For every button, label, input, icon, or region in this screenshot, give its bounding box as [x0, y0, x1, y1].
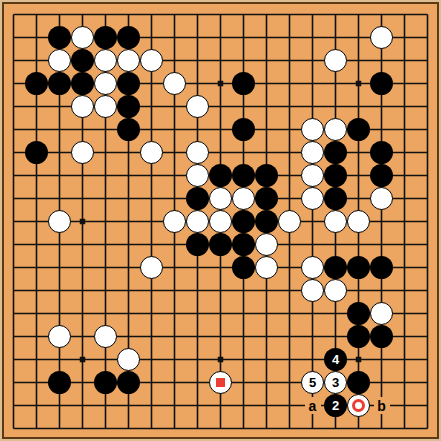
intersection[interactable] [347, 141, 370, 164]
intersection[interactable] [393, 187, 416, 210]
intersection[interactable] [370, 348, 393, 371]
intersection[interactable] [324, 325, 347, 348]
intersection[interactable] [393, 95, 416, 118]
intersection[interactable] [209, 210, 232, 233]
intersection[interactable] [48, 118, 71, 141]
intersection[interactable] [48, 26, 71, 49]
intersection[interactable] [255, 141, 278, 164]
intersection[interactable] [186, 256, 209, 279]
intersection[interactable] [209, 256, 232, 279]
intersection[interactable] [2, 233, 25, 256]
intersection[interactable] [163, 210, 186, 233]
intersection[interactable] [186, 72, 209, 95]
intersection[interactable] [347, 210, 370, 233]
intersection[interactable] [278, 210, 301, 233]
intersection[interactable] [232, 3, 255, 26]
intersection[interactable] [232, 394, 255, 417]
intersection[interactable] [2, 118, 25, 141]
intersection[interactable] [48, 210, 71, 233]
intersection[interactable] [94, 348, 117, 371]
intersection[interactable] [140, 72, 163, 95]
intersection[interactable] [25, 118, 48, 141]
intersection[interactable] [71, 141, 94, 164]
intersection[interactable] [48, 394, 71, 417]
intersection[interactable] [347, 49, 370, 72]
intersection[interactable] [232, 164, 255, 187]
intersection[interactable] [278, 371, 301, 394]
intersection[interactable] [209, 118, 232, 141]
intersection[interactable] [163, 371, 186, 394]
intersection[interactable] [2, 3, 25, 26]
intersection[interactable] [25, 164, 48, 187]
intersection[interactable] [301, 417, 324, 440]
intersection[interactable] [140, 256, 163, 279]
intersection[interactable] [94, 141, 117, 164]
intersection[interactable] [255, 233, 278, 256]
intersection[interactable] [71, 394, 94, 417]
intersection[interactable] [71, 3, 94, 26]
intersection[interactable] [117, 371, 140, 394]
intersection[interactable] [48, 325, 71, 348]
intersection[interactable] [324, 164, 347, 187]
intersection[interactable]: 5 [301, 371, 324, 394]
intersection[interactable] [2, 95, 25, 118]
intersection[interactable] [48, 141, 71, 164]
intersection[interactable] [255, 72, 278, 95]
intersection[interactable] [48, 302, 71, 325]
intersection[interactable] [25, 210, 48, 233]
intersection[interactable] [163, 118, 186, 141]
intersection[interactable] [416, 279, 439, 302]
intersection[interactable] [370, 210, 393, 233]
intersection[interactable] [301, 256, 324, 279]
intersection[interactable] [232, 118, 255, 141]
intersection[interactable] [347, 72, 370, 95]
intersection[interactable] [416, 371, 439, 394]
intersection[interactable] [301, 325, 324, 348]
intersection[interactable] [117, 72, 140, 95]
intersection[interactable] [416, 26, 439, 49]
intersection[interactable] [301, 141, 324, 164]
intersection[interactable] [209, 3, 232, 26]
intersection[interactable] [255, 371, 278, 394]
intersection[interactable] [255, 256, 278, 279]
intersection[interactable] [370, 371, 393, 394]
intersection[interactable] [163, 141, 186, 164]
intersection[interactable] [324, 118, 347, 141]
intersection[interactable] [301, 26, 324, 49]
intersection[interactable] [71, 417, 94, 440]
intersection[interactable] [232, 141, 255, 164]
intersection[interactable] [301, 164, 324, 187]
intersection[interactable] [393, 3, 416, 26]
intersection[interactable] [209, 164, 232, 187]
intersection[interactable] [278, 141, 301, 164]
intersection[interactable] [186, 394, 209, 417]
intersection[interactable] [25, 49, 48, 72]
intersection[interactable] [140, 95, 163, 118]
intersection[interactable] [71, 371, 94, 394]
intersection[interactable] [163, 26, 186, 49]
intersection[interactable] [278, 49, 301, 72]
intersection[interactable] [186, 3, 209, 26]
intersection[interactable] [25, 95, 48, 118]
intersection[interactable] [2, 49, 25, 72]
intersection[interactable] [71, 187, 94, 210]
intersection[interactable] [393, 26, 416, 49]
intersection[interactable] [94, 302, 117, 325]
intersection[interactable] [117, 26, 140, 49]
intersection[interactable] [232, 371, 255, 394]
intersection[interactable] [324, 26, 347, 49]
intersection[interactable] [94, 72, 117, 95]
intersection[interactable] [416, 95, 439, 118]
intersection[interactable] [232, 187, 255, 210]
intersection[interactable] [232, 417, 255, 440]
intersection[interactable] [94, 26, 117, 49]
intersection[interactable] [209, 325, 232, 348]
intersection[interactable] [117, 210, 140, 233]
intersection[interactable] [140, 26, 163, 49]
intersection[interactable] [278, 72, 301, 95]
intersection[interactable] [117, 302, 140, 325]
intersection[interactable] [416, 325, 439, 348]
intersection[interactable] [416, 164, 439, 187]
intersection[interactable] [301, 348, 324, 371]
intersection[interactable] [324, 72, 347, 95]
intersection[interactable] [117, 233, 140, 256]
intersection[interactable] [117, 164, 140, 187]
intersection[interactable] [416, 394, 439, 417]
intersection[interactable] [393, 325, 416, 348]
intersection[interactable] [393, 417, 416, 440]
intersection[interactable] [117, 141, 140, 164]
intersection[interactable] [48, 256, 71, 279]
intersection[interactable] [347, 164, 370, 187]
intersection[interactable] [186, 348, 209, 371]
intersection[interactable] [255, 49, 278, 72]
intersection[interactable] [393, 371, 416, 394]
intersection[interactable] [25, 325, 48, 348]
intersection[interactable] [163, 394, 186, 417]
intersection[interactable] [25, 72, 48, 95]
intersection[interactable] [370, 417, 393, 440]
intersection[interactable] [393, 164, 416, 187]
intersection[interactable] [2, 394, 25, 417]
intersection[interactable] [301, 302, 324, 325]
intersection[interactable] [416, 72, 439, 95]
intersection[interactable] [370, 164, 393, 187]
intersection[interactable] [163, 233, 186, 256]
intersection[interactable] [347, 325, 370, 348]
intersection[interactable] [324, 210, 347, 233]
intersection[interactable] [301, 279, 324, 302]
intersection[interactable] [140, 141, 163, 164]
intersection[interactable] [48, 95, 71, 118]
intersection[interactable] [370, 279, 393, 302]
intersection[interactable] [117, 417, 140, 440]
intersection[interactable] [209, 233, 232, 256]
intersection[interactable] [48, 279, 71, 302]
intersection[interactable] [278, 348, 301, 371]
intersection[interactable] [393, 49, 416, 72]
intersection[interactable] [347, 279, 370, 302]
intersection[interactable] [232, 210, 255, 233]
intersection[interactable] [186, 26, 209, 49]
intersection[interactable] [232, 348, 255, 371]
intersection[interactable] [2, 164, 25, 187]
intersection[interactable] [71, 95, 94, 118]
intersection[interactable] [255, 95, 278, 118]
intersection[interactable] [255, 302, 278, 325]
intersection[interactable] [209, 394, 232, 417]
intersection[interactable] [370, 302, 393, 325]
intersection[interactable] [186, 118, 209, 141]
intersection[interactable] [393, 279, 416, 302]
intersection[interactable] [140, 49, 163, 72]
intersection[interactable] [347, 3, 370, 26]
intersection[interactable] [163, 72, 186, 95]
intersection[interactable] [186, 187, 209, 210]
intersection[interactable] [25, 348, 48, 371]
intersection[interactable] [255, 210, 278, 233]
intersection[interactable] [163, 348, 186, 371]
intersection[interactable] [232, 302, 255, 325]
intersection[interactable] [2, 302, 25, 325]
intersection[interactable] [301, 3, 324, 26]
intersection[interactable] [324, 141, 347, 164]
intersection[interactable] [71, 348, 94, 371]
intersection[interactable] [25, 233, 48, 256]
intersection[interactable] [255, 187, 278, 210]
intersection[interactable] [25, 371, 48, 394]
intersection[interactable] [140, 187, 163, 210]
intersection[interactable] [416, 417, 439, 440]
intersection[interactable]: b [370, 394, 393, 417]
intersection[interactable]: a [301, 394, 324, 417]
intersection[interactable] [140, 210, 163, 233]
intersection[interactable] [25, 256, 48, 279]
intersection[interactable] [48, 3, 71, 26]
intersection[interactable] [393, 256, 416, 279]
intersection[interactable] [163, 417, 186, 440]
intersection[interactable] [2, 279, 25, 302]
intersection[interactable] [255, 417, 278, 440]
intersection[interactable] [25, 302, 48, 325]
intersection[interactable] [2, 141, 25, 164]
intersection[interactable] [370, 95, 393, 118]
intersection[interactable] [278, 233, 301, 256]
intersection[interactable] [278, 394, 301, 417]
intersection[interactable] [140, 233, 163, 256]
intersection[interactable] [347, 118, 370, 141]
intersection[interactable] [393, 210, 416, 233]
intersection[interactable] [94, 164, 117, 187]
intersection[interactable] [71, 233, 94, 256]
intersection[interactable] [94, 187, 117, 210]
intersection[interactable] [370, 72, 393, 95]
intersection[interactable] [209, 95, 232, 118]
intersection[interactable] [255, 164, 278, 187]
intersection[interactable] [209, 49, 232, 72]
intersection[interactable] [71, 256, 94, 279]
intersection[interactable] [301, 49, 324, 72]
intersection[interactable] [2, 348, 25, 371]
intersection[interactable] [324, 233, 347, 256]
intersection[interactable] [301, 118, 324, 141]
intersection[interactable] [416, 348, 439, 371]
intersection[interactable] [278, 256, 301, 279]
intersection[interactable] [209, 187, 232, 210]
intersection[interactable] [186, 210, 209, 233]
intersection[interactable] [2, 187, 25, 210]
intersection[interactable] [25, 3, 48, 26]
intersection[interactable] [48, 417, 71, 440]
intersection[interactable] [232, 72, 255, 95]
intersection[interactable] [393, 118, 416, 141]
intersection[interactable] [2, 72, 25, 95]
intersection[interactable] [324, 417, 347, 440]
intersection[interactable] [117, 95, 140, 118]
intersection[interactable] [186, 279, 209, 302]
intersection[interactable] [255, 118, 278, 141]
intersection[interactable] [347, 417, 370, 440]
intersection[interactable] [163, 256, 186, 279]
intersection[interactable] [140, 325, 163, 348]
intersection[interactable] [163, 164, 186, 187]
intersection[interactable] [416, 118, 439, 141]
intersection[interactable] [94, 417, 117, 440]
intersection[interactable] [370, 141, 393, 164]
intersection[interactable] [25, 279, 48, 302]
intersection[interactable] [71, 279, 94, 302]
intersection[interactable] [416, 3, 439, 26]
intersection[interactable] [301, 187, 324, 210]
intersection[interactable] [71, 164, 94, 187]
intersection[interactable] [186, 302, 209, 325]
intersection[interactable] [186, 95, 209, 118]
intersection[interactable] [163, 95, 186, 118]
intersection[interactable] [94, 95, 117, 118]
intersection[interactable] [140, 417, 163, 440]
intersection[interactable] [393, 302, 416, 325]
intersection[interactable] [48, 371, 71, 394]
intersection[interactable] [255, 348, 278, 371]
intersection[interactable] [301, 233, 324, 256]
intersection[interactable] [278, 325, 301, 348]
intersection[interactable] [324, 302, 347, 325]
intersection[interactable] [393, 233, 416, 256]
intersection[interactable] [94, 279, 117, 302]
intersection[interactable] [255, 279, 278, 302]
intersection[interactable] [278, 302, 301, 325]
intersection[interactable] [278, 164, 301, 187]
intersection[interactable] [163, 302, 186, 325]
intersection[interactable] [232, 95, 255, 118]
intersection[interactable] [163, 3, 186, 26]
intersection[interactable] [370, 233, 393, 256]
intersection[interactable] [140, 3, 163, 26]
intersection[interactable] [186, 49, 209, 72]
intersection[interactable] [25, 394, 48, 417]
intersection[interactable] [186, 233, 209, 256]
intersection[interactable] [71, 26, 94, 49]
intersection[interactable] [71, 72, 94, 95]
intersection[interactable] [2, 417, 25, 440]
intersection[interactable] [48, 233, 71, 256]
intersection[interactable] [94, 371, 117, 394]
intersection[interactable] [2, 371, 25, 394]
intersection[interactable] [347, 233, 370, 256]
intersection[interactable] [370, 26, 393, 49]
intersection[interactable] [94, 325, 117, 348]
intersection[interactable] [278, 417, 301, 440]
intersection[interactable] [347, 348, 370, 371]
intersection[interactable] [393, 394, 416, 417]
intersection[interactable] [347, 394, 370, 417]
intersection[interactable] [163, 279, 186, 302]
intersection[interactable] [370, 118, 393, 141]
intersection[interactable] [94, 3, 117, 26]
intersection[interactable] [278, 279, 301, 302]
intersection[interactable] [71, 325, 94, 348]
intersection[interactable] [232, 279, 255, 302]
intersection[interactable]: 2 [324, 394, 347, 417]
intersection[interactable] [416, 210, 439, 233]
intersection[interactable] [301, 72, 324, 95]
intersection[interactable] [209, 279, 232, 302]
intersection[interactable] [232, 256, 255, 279]
intersection[interactable] [278, 3, 301, 26]
intersection[interactable] [347, 187, 370, 210]
intersection[interactable] [209, 417, 232, 440]
intersection[interactable] [416, 233, 439, 256]
intersection[interactable] [25, 26, 48, 49]
intersection[interactable] [347, 371, 370, 394]
intersection[interactable] [416, 302, 439, 325]
intersection[interactable] [140, 348, 163, 371]
intersection[interactable] [324, 187, 347, 210]
intersection[interactable] [140, 164, 163, 187]
intersection[interactable] [347, 26, 370, 49]
intersection[interactable] [117, 348, 140, 371]
intersection[interactable] [278, 26, 301, 49]
intersection[interactable] [94, 256, 117, 279]
intersection[interactable] [278, 118, 301, 141]
intersection[interactable] [2, 325, 25, 348]
intersection[interactable] [255, 394, 278, 417]
intersection[interactable] [25, 417, 48, 440]
intersection[interactable] [71, 210, 94, 233]
intersection[interactable] [186, 325, 209, 348]
intersection[interactable] [117, 49, 140, 72]
intersection[interactable] [209, 72, 232, 95]
intersection[interactable] [2, 210, 25, 233]
intersection[interactable] [209, 141, 232, 164]
intersection[interactable] [117, 279, 140, 302]
intersection[interactable] [48, 49, 71, 72]
intersection[interactable] [94, 233, 117, 256]
intersection[interactable] [370, 256, 393, 279]
intersection[interactable] [163, 187, 186, 210]
intersection[interactable] [416, 141, 439, 164]
intersection[interactable] [117, 325, 140, 348]
intersection[interactable] [324, 49, 347, 72]
intersection[interactable] [71, 49, 94, 72]
intersection[interactable] [370, 49, 393, 72]
intersection[interactable] [232, 233, 255, 256]
intersection[interactable] [25, 187, 48, 210]
